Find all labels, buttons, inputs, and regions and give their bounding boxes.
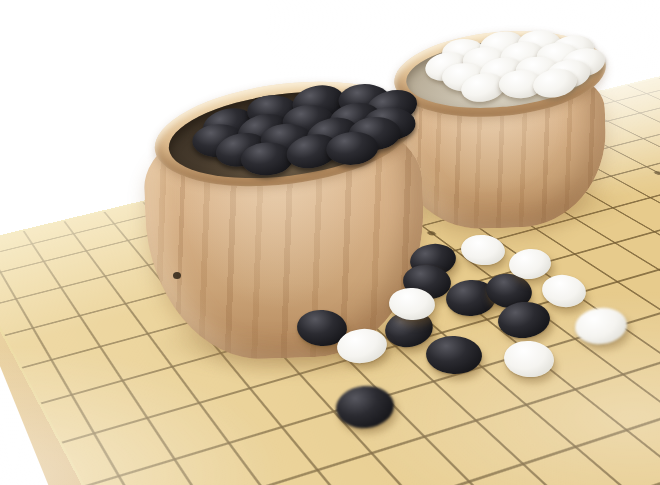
go-scene (0, 0, 660, 485)
black-stones-bowl (144, 76, 428, 360)
hoshi-star-point (652, 171, 660, 176)
board-knot-speck (173, 272, 181, 279)
white-bowl-stone-heap (391, 23, 602, 41)
